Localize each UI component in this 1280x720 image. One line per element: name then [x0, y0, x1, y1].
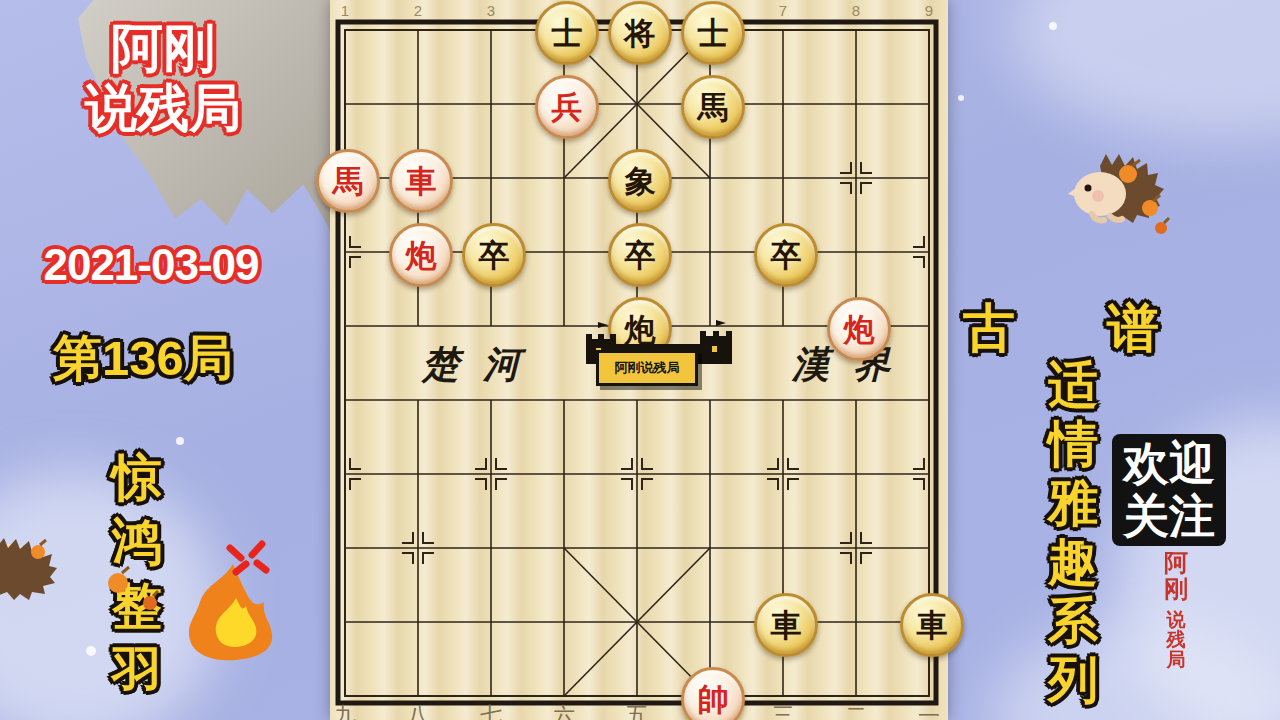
- file-label-bottom-8: 二: [845, 701, 867, 720]
- file-label-top-7: 7: [779, 2, 787, 19]
- piece-black-advisor[interactable]: 士: [681, 1, 745, 65]
- video-thumbnail: { "game": "xiangqi", "position": { "fen"…: [0, 0, 1280, 720]
- piece-black-chariot[interactable]: 車: [900, 593, 964, 657]
- follow-banner[interactable]: 欢迎关注: [1112, 434, 1226, 546]
- source-char-2: 谱: [1107, 294, 1159, 364]
- source-char-1: 古: [963, 294, 1015, 364]
- hedgehog-icon: [0, 512, 73, 607]
- file-label-bottom-2: 八: [407, 701, 429, 720]
- sparkle-dot: [86, 646, 96, 656]
- file-label-bottom-7: 三: [772, 701, 794, 720]
- seal-stamp-icon: 阿刚 说残局: [1158, 550, 1194, 670]
- cloud: [1010, 0, 1280, 140]
- sparkle-dot: [176, 437, 184, 445]
- file-label-bottom-9: 一: [918, 701, 940, 720]
- episode-date: 2021-03-09: [6, 240, 296, 290]
- piece-black-soldier[interactable]: 卒: [754, 223, 818, 287]
- file-label-top-8: 8: [852, 2, 860, 19]
- source-label: 古 谱: [963, 294, 1159, 364]
- file-label-bottom-5: 五: [626, 701, 648, 720]
- file-label-top-1: 1: [341, 2, 349, 19]
- river-left-label: 楚河: [422, 340, 544, 390]
- piece-red-cannon[interactable]: 炮: [827, 297, 891, 361]
- piece-black-advisor[interactable]: 士: [535, 1, 599, 65]
- follow-text: 欢迎关注: [1119, 437, 1219, 543]
- flame-icon: [178, 536, 288, 666]
- sparkle-dot: [958, 95, 964, 101]
- file-label-bottom-4: 六: [553, 701, 575, 720]
- file-label-bottom-1: 九: [334, 701, 356, 720]
- file-label-bottom-3: 七: [480, 701, 502, 720]
- episode-number: 第136局: [18, 326, 268, 392]
- xiangqi-board: 楚河 漢界 阿刚说残局 123456789九八七六五四三二一士将士兵馬馬車象炮卒…: [330, 0, 948, 720]
- piece-black-chariot[interactable]: 車: [754, 593, 818, 657]
- piece-red-chariot[interactable]: 車: [389, 149, 453, 213]
- brand-line2: 说残局: [58, 78, 268, 138]
- channel-watermark: 阿刚说残局: [596, 350, 698, 386]
- piece-black-soldier[interactable]: 卒: [608, 223, 672, 287]
- brand-title: 阿刚 说残局: [58, 18, 268, 138]
- seal-line2: 说残局: [1158, 610, 1194, 670]
- piece-red-cannon[interactable]: 炮: [389, 223, 453, 287]
- brand-line1: 阿刚: [58, 18, 268, 78]
- file-label-top-2: 2: [414, 2, 422, 19]
- piece-black-soldier[interactable]: 卒: [462, 223, 526, 287]
- file-label-top-9: 9: [925, 2, 933, 19]
- piece-black-horse[interactable]: 馬: [681, 75, 745, 139]
- sparkle-dot: [1049, 22, 1057, 30]
- piece-black-elephant[interactable]: 象: [608, 149, 672, 213]
- hedgehog-icon: [1062, 146, 1172, 246]
- falling-oranges-icon: [100, 565, 170, 615]
- series-title: 适情雅趣系列: [1044, 356, 1102, 710]
- file-label-top-3: 3: [487, 2, 495, 19]
- piece-black-general[interactable]: 将: [608, 1, 672, 65]
- piece-red-horse[interactable]: 馬: [316, 149, 380, 213]
- seal-line1: 阿刚: [1158, 550, 1194, 602]
- piece-red-soldier[interactable]: 兵: [535, 75, 599, 139]
